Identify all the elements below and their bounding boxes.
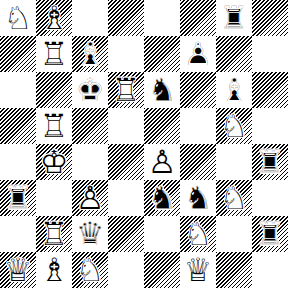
square-f6[interactable] [180, 72, 216, 108]
square-d3[interactable] [108, 180, 144, 216]
square-g7[interactable] [216, 36, 252, 72]
piece-outline: ♖ [0, 180, 36, 216]
square-e7[interactable] [144, 36, 180, 72]
square-b1[interactable]: ♝♗ [36, 252, 72, 288]
square-a5[interactable] [0, 108, 36, 144]
white-rook-icon[interactable]: ♜♖ [36, 216, 72, 252]
black-bishop-icon[interactable]: ♝♗ [72, 36, 108, 72]
piece-outline: ♘ [180, 216, 216, 252]
piece-outline: ♘ [216, 180, 252, 216]
piece-outline: ♗ [72, 36, 108, 72]
square-g1[interactable] [216, 252, 252, 288]
square-d8[interactable] [108, 0, 144, 36]
square-b4[interactable]: ♚♔ [36, 144, 72, 180]
white-rook-icon[interactable]: ♜♖ [36, 108, 72, 144]
white-knight-icon[interactable]: ♞♘ [72, 252, 108, 288]
square-f8[interactable] [180, 0, 216, 36]
white-bishop-icon[interactable]: ♝♗ [36, 0, 72, 36]
square-h7[interactable] [252, 36, 288, 72]
black-knight-icon[interactable]: ♞♘ [144, 180, 180, 216]
piece-outline: ♘ [216, 108, 252, 144]
white-knight-icon[interactable]: ♞♘ [216, 180, 252, 216]
black-king-icon[interactable]: ♚♔ [72, 72, 108, 108]
square-c1[interactable]: ♞♘ [72, 252, 108, 288]
square-h6[interactable] [252, 72, 288, 108]
piece-outline: ♗ [216, 72, 252, 108]
square-f5[interactable] [180, 108, 216, 144]
white-knight-icon[interactable]: ♞♘ [216, 108, 252, 144]
chess-board: ♞♘♝♗♜♖♜♖♝♗♟♙♚♔♜♖♞♘♝♗♜♖♞♘♚♔♟♙♜♖♜♖♟♙♞♘♞♘♞♘… [0, 0, 288, 288]
square-a4[interactable] [0, 144, 36, 180]
square-h8[interactable] [252, 0, 288, 36]
piece-outline: ♔ [36, 144, 72, 180]
white-queen-icon[interactable]: ♛♕ [0, 252, 36, 288]
square-c7[interactable]: ♝♗ [72, 36, 108, 72]
square-a2[interactable] [0, 216, 36, 252]
piece-outline: ♖ [216, 0, 252, 36]
black-pawn-icon[interactable]: ♟♙ [180, 36, 216, 72]
square-d5[interactable] [108, 108, 144, 144]
square-e2[interactable] [144, 216, 180, 252]
square-e5[interactable] [144, 108, 180, 144]
black-queen-icon[interactable]: ♛♕ [72, 216, 108, 252]
square-f1[interactable]: ♛♕ [180, 252, 216, 288]
square-b5[interactable]: ♜♖ [36, 108, 72, 144]
white-rook-icon[interactable]: ♜♖ [36, 36, 72, 72]
piece-outline: ♕ [180, 252, 216, 288]
square-g8[interactable]: ♜♖ [216, 0, 252, 36]
square-b3[interactable] [36, 180, 72, 216]
piece-outline: ♔ [72, 72, 108, 108]
piece-outline: ♘ [0, 0, 36, 36]
piece-outline: ♖ [36, 216, 72, 252]
square-c5[interactable] [72, 108, 108, 144]
piece-outline: ♖ [36, 108, 72, 144]
piece-outline: ♖ [108, 72, 144, 108]
piece-outline: ♙ [144, 144, 180, 180]
black-rook-icon[interactable]: ♜♖ [252, 144, 288, 180]
square-a6[interactable] [0, 72, 36, 108]
square-e6[interactable]: ♞♘ [144, 72, 180, 108]
square-b7[interactable]: ♜♖ [36, 36, 72, 72]
square-f2[interactable]: ♞♘ [180, 216, 216, 252]
piece-outline: ♖ [252, 216, 288, 252]
square-f4[interactable] [180, 144, 216, 180]
square-c8[interactable] [72, 0, 108, 36]
square-h3[interactable] [252, 180, 288, 216]
square-e4[interactable]: ♟♙ [144, 144, 180, 180]
square-f7[interactable]: ♟♙ [180, 36, 216, 72]
square-e1[interactable] [144, 252, 180, 288]
piece-outline: ♗ [36, 252, 72, 288]
white-queen-icon[interactable]: ♛♕ [180, 252, 216, 288]
square-e3[interactable]: ♞♘ [144, 180, 180, 216]
square-d2[interactable] [108, 216, 144, 252]
square-h5[interactable] [252, 108, 288, 144]
piece-outline: ♖ [252, 144, 288, 180]
square-d4[interactable] [108, 144, 144, 180]
white-king-icon[interactable]: ♚♔ [36, 144, 72, 180]
piece-outline: ♕ [72, 216, 108, 252]
square-g2[interactable] [216, 216, 252, 252]
piece-outline: ♘ [180, 180, 216, 216]
black-bishop-icon[interactable]: ♝♗ [216, 72, 252, 108]
square-h1[interactable] [252, 252, 288, 288]
square-c4[interactable] [72, 144, 108, 180]
piece-outline: ♕ [0, 252, 36, 288]
square-g5[interactable]: ♞♘ [216, 108, 252, 144]
square-e8[interactable] [144, 0, 180, 36]
white-knight-icon[interactable]: ♞♘ [0, 0, 36, 36]
square-c3[interactable]: ♟♙ [72, 180, 108, 216]
black-knight-icon[interactable]: ♞♘ [180, 180, 216, 216]
square-d1[interactable] [108, 252, 144, 288]
square-h2[interactable]: ♜♖ [252, 216, 288, 252]
black-knight-icon[interactable]: ♞♘ [144, 72, 180, 108]
black-rook-icon[interactable]: ♜♖ [252, 216, 288, 252]
black-rook-icon[interactable]: ♜♖ [0, 180, 36, 216]
piece-outline: ♖ [36, 36, 72, 72]
square-g6[interactable]: ♝♗ [216, 72, 252, 108]
white-pawn-icon[interactable]: ♟♙ [72, 180, 108, 216]
square-g3[interactable]: ♞♘ [216, 180, 252, 216]
black-rook-icon[interactable]: ♜♖ [216, 0, 252, 36]
piece-outline: ♘ [144, 180, 180, 216]
square-b2[interactable]: ♜♖ [36, 216, 72, 252]
square-g4[interactable] [216, 144, 252, 180]
square-b8[interactable]: ♝♗ [36, 0, 72, 36]
square-a1[interactable]: ♛♕ [0, 252, 36, 288]
square-h4[interactable]: ♜♖ [252, 144, 288, 180]
square-f3[interactable]: ♞♘ [180, 180, 216, 216]
square-c6[interactable]: ♚♔ [72, 72, 108, 108]
square-a3[interactable]: ♜♖ [0, 180, 36, 216]
white-rook-icon[interactable]: ♜♖ [108, 72, 144, 108]
square-d6[interactable]: ♜♖ [108, 72, 144, 108]
piece-outline: ♘ [72, 252, 108, 288]
square-a8[interactable]: ♞♘ [0, 0, 36, 36]
white-bishop-icon[interactable]: ♝♗ [36, 252, 72, 288]
square-d7[interactable] [108, 36, 144, 72]
square-a7[interactable] [0, 36, 36, 72]
square-c2[interactable]: ♛♕ [72, 216, 108, 252]
square-b6[interactable] [36, 72, 72, 108]
piece-outline: ♘ [144, 72, 180, 108]
piece-outline: ♙ [72, 180, 108, 216]
white-pawn-icon[interactable]: ♟♙ [144, 144, 180, 180]
piece-outline: ♙ [180, 36, 216, 72]
white-knight-icon[interactable]: ♞♘ [180, 216, 216, 252]
piece-outline: ♗ [36, 0, 72, 36]
